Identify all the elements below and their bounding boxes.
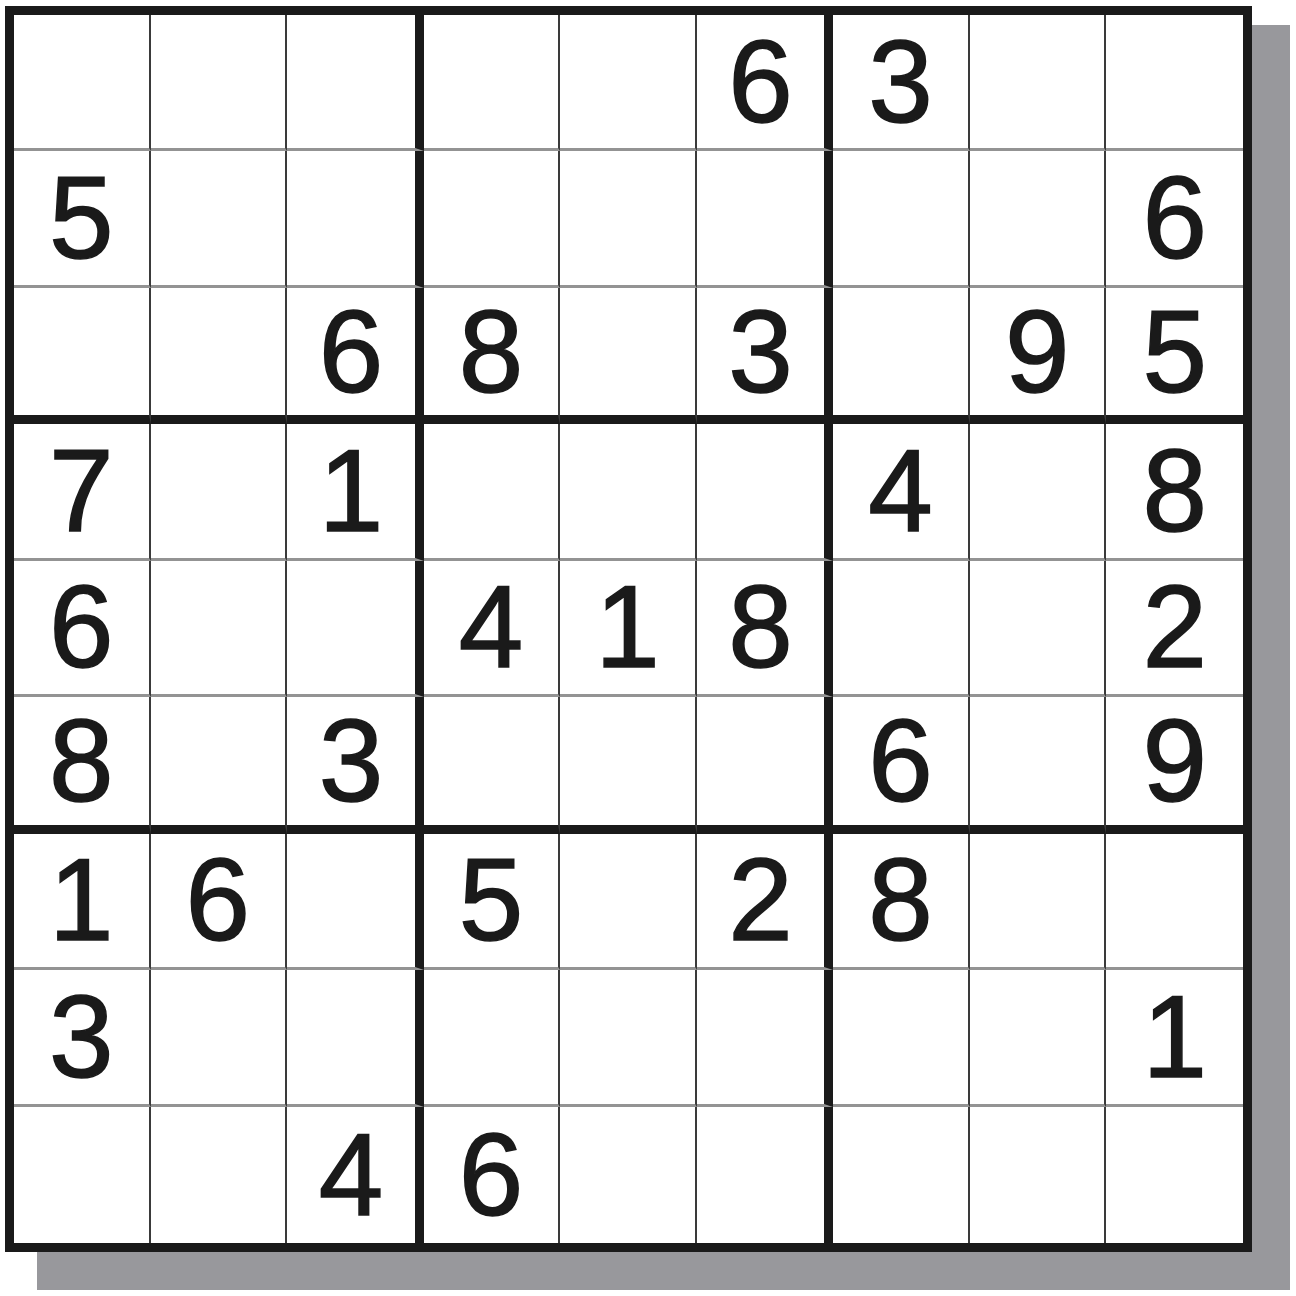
cell-r3c7[interactable] <box>833 288 970 424</box>
given-digit: 8 <box>868 842 933 958</box>
given-digit: 1 <box>319 433 384 549</box>
cell-r8c5[interactable] <box>560 970 697 1106</box>
cell-r4c2[interactable] <box>151 424 288 560</box>
cell-r7c1[interactable]: 1 <box>14 834 151 970</box>
cell-r5c4[interactable]: 4 <box>424 561 561 697</box>
cell-r6c9[interactable]: 9 <box>1106 697 1243 833</box>
cell-r2c5[interactable] <box>560 151 697 287</box>
cell-r2c3[interactable] <box>287 151 424 287</box>
cell-r6c6[interactable] <box>697 697 834 833</box>
sudoku-grid: 6356683957148641828369165283146 <box>14 15 1243 1243</box>
cell-r7c4[interactable]: 5 <box>424 834 561 970</box>
given-digit: 1 <box>49 842 114 958</box>
given-digit: 8 <box>459 294 524 410</box>
cell-r2c2[interactable] <box>151 151 288 287</box>
cell-r7c3[interactable] <box>287 834 424 970</box>
cell-r1c7[interactable]: 3 <box>833 15 970 151</box>
given-digit: 6 <box>49 569 114 685</box>
cell-r1c4[interactable] <box>424 15 561 151</box>
cell-r8c6[interactable] <box>697 970 834 1106</box>
cell-r8c2[interactable] <box>151 970 288 1106</box>
cell-r1c1[interactable] <box>14 15 151 151</box>
cell-r4c4[interactable] <box>424 424 561 560</box>
cell-r5c8[interactable] <box>970 561 1107 697</box>
cell-r8c3[interactable] <box>287 970 424 1106</box>
cell-r3c6[interactable]: 3 <box>697 288 834 424</box>
given-digit: 2 <box>1142 569 1207 685</box>
given-digit: 5 <box>49 160 114 276</box>
cell-r4c7[interactable]: 4 <box>833 424 970 560</box>
given-digit: 4 <box>868 433 933 549</box>
sudoku-page: 6356683957148641828369165283146 <box>0 0 1296 1296</box>
cell-r4c6[interactable] <box>697 424 834 560</box>
cell-r2c8[interactable] <box>970 151 1107 287</box>
given-digit: 9 <box>1142 703 1207 819</box>
given-digit: 3 <box>868 24 933 140</box>
given-digit: 6 <box>728 24 793 140</box>
cell-r4c9[interactable]: 8 <box>1106 424 1243 560</box>
cell-r7c8[interactable] <box>970 834 1107 970</box>
cell-r9c8[interactable] <box>970 1107 1107 1243</box>
given-digit: 1 <box>595 569 660 685</box>
cell-r3c2[interactable] <box>151 288 288 424</box>
cell-r8c4[interactable] <box>424 970 561 1106</box>
cell-r5c9[interactable]: 2 <box>1106 561 1243 697</box>
cell-r4c5[interactable] <box>560 424 697 560</box>
given-digit: 1 <box>1142 979 1207 1095</box>
cell-r4c8[interactable] <box>970 424 1107 560</box>
given-digit: 3 <box>319 703 384 819</box>
cell-r2c1[interactable]: 5 <box>14 151 151 287</box>
cell-r7c5[interactable] <box>560 834 697 970</box>
cell-r6c4[interactable] <box>424 697 561 833</box>
cell-r3c4[interactable]: 8 <box>424 288 561 424</box>
cell-r2c6[interactable] <box>697 151 834 287</box>
cell-r8c7[interactable] <box>833 970 970 1106</box>
cell-r5c2[interactable] <box>151 561 288 697</box>
cell-r5c3[interactable] <box>287 561 424 697</box>
given-digit: 6 <box>319 294 384 410</box>
cell-r3c8[interactable]: 9 <box>970 288 1107 424</box>
cell-r1c3[interactable] <box>287 15 424 151</box>
cell-r1c9[interactable] <box>1106 15 1243 151</box>
given-digit: 3 <box>728 294 793 410</box>
cell-r1c6[interactable]: 6 <box>697 15 834 151</box>
cell-r7c2[interactable]: 6 <box>151 834 288 970</box>
cell-r5c5[interactable]: 1 <box>560 561 697 697</box>
cell-r8c8[interactable] <box>970 970 1107 1106</box>
given-digit: 7 <box>49 433 114 549</box>
cell-r5c1[interactable]: 6 <box>14 561 151 697</box>
given-digit: 8 <box>1142 433 1207 549</box>
given-digit: 8 <box>728 569 793 685</box>
cell-r3c9[interactable]: 5 <box>1106 288 1243 424</box>
given-digit: 4 <box>459 569 524 685</box>
given-digit: 5 <box>1142 294 1207 410</box>
cell-r5c6[interactable]: 8 <box>697 561 834 697</box>
cell-r1c2[interactable] <box>151 15 288 151</box>
cell-r9c3[interactable]: 4 <box>287 1107 424 1243</box>
cell-r3c1[interactable] <box>14 288 151 424</box>
given-digit: 8 <box>49 703 114 819</box>
cell-r7c9[interactable] <box>1106 834 1243 970</box>
cell-r5c7[interactable] <box>833 561 970 697</box>
cell-r6c8[interactable] <box>970 697 1107 833</box>
cell-r7c6[interactable]: 2 <box>697 834 834 970</box>
cell-r8c1[interactable]: 3 <box>14 970 151 1106</box>
cell-r9c9[interactable] <box>1106 1107 1243 1243</box>
cell-r2c9[interactable]: 6 <box>1106 151 1243 287</box>
given-digit: 6 <box>459 1117 524 1233</box>
cell-r3c5[interactable] <box>560 288 697 424</box>
given-digit: 6 <box>186 842 251 958</box>
given-digit: 5 <box>459 842 524 958</box>
cell-r9c6[interactable] <box>697 1107 834 1243</box>
cell-r2c4[interactable] <box>424 151 561 287</box>
cell-r6c5[interactable] <box>560 697 697 833</box>
cell-r3c3[interactable]: 6 <box>287 288 424 424</box>
cell-r2c7[interactable] <box>833 151 970 287</box>
sudoku-board: 6356683957148641828369165283146 <box>5 6 1252 1252</box>
cell-r6c3[interactable]: 3 <box>287 697 424 833</box>
cell-r6c2[interactable] <box>151 697 288 833</box>
cell-r1c8[interactable] <box>970 15 1107 151</box>
cell-r1c5[interactable] <box>560 15 697 151</box>
cell-r4c3[interactable]: 1 <box>287 424 424 560</box>
given-digit: 2 <box>728 842 793 958</box>
cell-r9c4[interactable]: 6 <box>424 1107 561 1243</box>
given-digit: 3 <box>49 979 114 1095</box>
given-digit: 4 <box>319 1117 384 1233</box>
cell-r7c7[interactable]: 8 <box>833 834 970 970</box>
cell-r9c1[interactable] <box>14 1107 151 1243</box>
cell-r9c7[interactable] <box>833 1107 970 1243</box>
cell-r9c2[interactable] <box>151 1107 288 1243</box>
given-digit: 6 <box>868 703 933 819</box>
cell-r8c9[interactable]: 1 <box>1106 970 1243 1106</box>
cell-r4c1[interactable]: 7 <box>14 424 151 560</box>
given-digit: 6 <box>1142 160 1207 276</box>
cell-r9c5[interactable] <box>560 1107 697 1243</box>
given-digit: 9 <box>1005 294 1070 410</box>
cell-r6c1[interactable]: 8 <box>14 697 151 833</box>
cell-r6c7[interactable]: 6 <box>833 697 970 833</box>
